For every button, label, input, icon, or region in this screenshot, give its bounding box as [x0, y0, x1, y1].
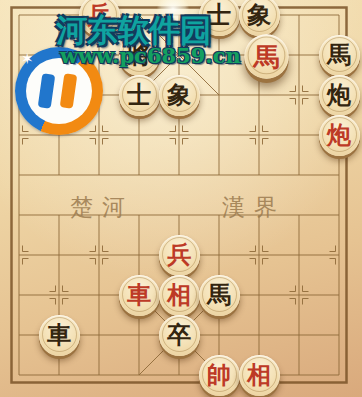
piece-glyph: 炮 [327, 76, 351, 114]
piece-glyph: 車 [47, 316, 71, 354]
piece-black-general[interactable]: 將 [119, 35, 160, 76]
piece-red-chariot[interactable]: 車 [119, 275, 160, 316]
piece-black-advisor[interactable]: 士 [119, 75, 160, 116]
piece-glyph: 士 [207, 0, 231, 34]
piece-glyph: 相 [247, 356, 271, 394]
piece-glyph: 象 [247, 0, 271, 34]
piece-black-horse[interactable]: 馬 [199, 275, 240, 316]
piece-glyph: 士 [127, 76, 151, 114]
piece-red-pawn[interactable]: 兵 [159, 235, 200, 276]
xiangqi-board: 楚河 漢界 兵士象將馬馬士象炮炮兵車相馬車卒帥相 ✶ 河东软件园 www.pc6… [0, 0, 362, 397]
piece-red-elephant[interactable]: 相 [159, 275, 200, 316]
piece-layer: 兵士象將馬馬士象炮炮兵車相馬車卒帥相 [0, 0, 362, 397]
piece-glyph: 卒 [167, 316, 191, 354]
piece-glyph: 車 [127, 276, 151, 314]
piece-black-elephant[interactable]: 象 [159, 75, 200, 116]
piece-red-pawn[interactable]: 兵 [79, 0, 120, 36]
piece-black-cannon[interactable]: 炮 [319, 75, 360, 116]
piece-glyph: 馬 [253, 35, 279, 76]
piece-black-horse[interactable]: 馬 [319, 35, 360, 76]
piece-glyph: 相 [167, 276, 191, 314]
piece-glyph: 兵 [87, 0, 111, 34]
piece-red-elephant[interactable]: 相 [239, 355, 280, 396]
piece-red-cannon[interactable]: 炮 [319, 115, 360, 156]
piece-glyph: 象 [167, 76, 191, 114]
piece-black-chariot[interactable]: 車 [39, 315, 80, 356]
piece-red-general[interactable]: 帥 [199, 355, 240, 396]
piece-glyph: 馬 [207, 276, 231, 314]
piece-black-elephant[interactable]: 象 [239, 0, 280, 36]
piece-glyph: 帥 [207, 356, 231, 394]
piece-black-pawn[interactable]: 卒 [159, 315, 200, 356]
piece-glyph: 兵 [167, 236, 191, 274]
piece-red-horse[interactable]: 馬 [244, 34, 288, 78]
piece-glyph: 炮 [327, 116, 351, 154]
piece-glyph: 將 [127, 36, 151, 74]
piece-black-advisor[interactable]: 士 [199, 0, 240, 36]
piece-glyph: 馬 [327, 36, 351, 74]
